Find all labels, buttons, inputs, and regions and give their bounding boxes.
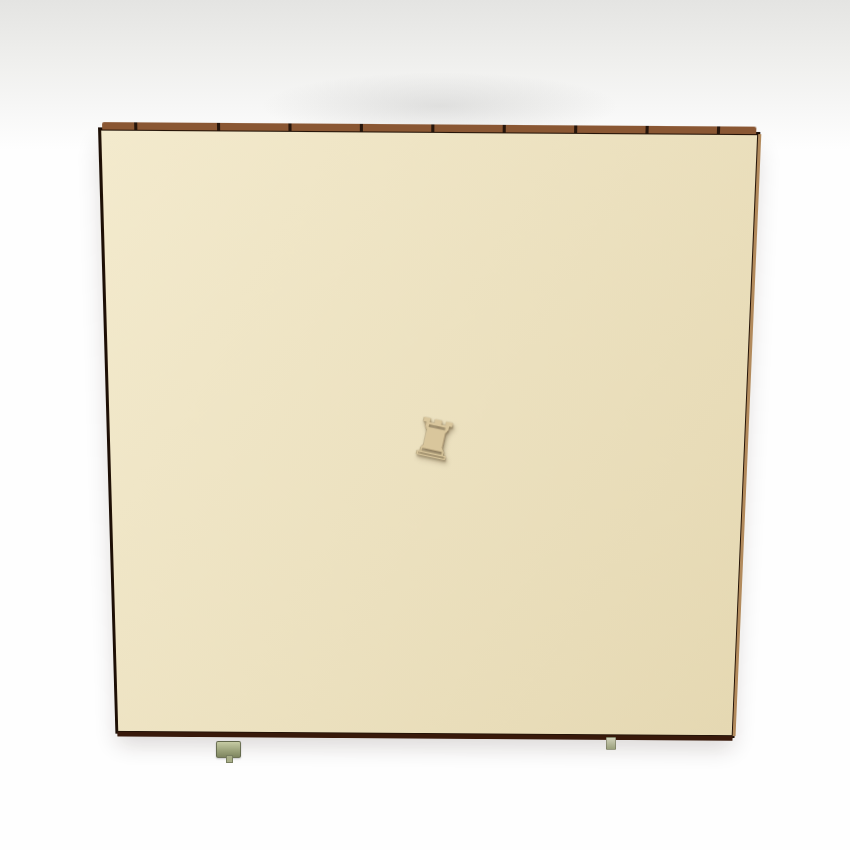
square-d2[interactable]: ♟: [634, 380, 705, 444]
scroll-ornament-icon: [733, 464, 743, 490]
scroll-ornament-icon: [174, 490, 200, 501]
rank-label-right-5: 5: [288, 313, 358, 378]
file-letter: H: [664, 142, 693, 175]
scroll-ornament-icon: [173, 444, 199, 455]
scroll-ornament-icon: [380, 317, 406, 328]
piece-white-pawn[interactable]: ♟: [111, 447, 151, 490]
file-label-bottom-d: D: [221, 505, 290, 568]
rank-label-left-4: 4: [358, 314, 428, 379]
file-label-bottom-a: A: [701, 445, 745, 508]
scroll-ornament-icon: [483, 143, 495, 171]
rank-number: 8: [450, 199, 478, 232]
square-d4[interactable]: [497, 315, 568, 380]
chess-board: ABCDEFGH8♜♞♝♛♚♝♞♜87♟♟♟♟♟♟♟♟7665544332♟♟♟…: [100, 130, 758, 737]
rank-label-left-1: 1: [220, 442, 290, 506]
square-g5[interactable]: [218, 313, 289, 378]
piece-black-pawn[interactable]: ♟: [713, 190, 754, 235]
scroll-ornament-icon: [451, 185, 478, 197]
square-a3[interactable]: [149, 377, 220, 441]
scroll-ornament-icon: [242, 445, 268, 456]
scroll-ornament-icon: [269, 142, 281, 170]
scroll-ornament-icon: [546, 525, 557, 550]
scroll-ornament-icon: [117, 427, 143, 438]
rank-number: 7: [168, 264, 196, 296]
piece-black-knight[interactable]: ♞: [156, 182, 205, 237]
scroll-ornament-icon: [625, 144, 637, 172]
square-b4[interactable]: [427, 314, 497, 379]
scroll-ornament-icon: [585, 493, 611, 504]
rank-label-left-2: 2: [496, 380, 566, 444]
square-h8[interactable]: ♜: [358, 181, 429, 248]
rank-label-left-5: 5: [638, 250, 710, 316]
scroll-ornament-icon: [478, 525, 489, 550]
file-letter: C: [308, 139, 336, 172]
scroll-ornament-icon: [522, 186, 549, 198]
square-f8[interactable]: ♝: [287, 181, 358, 248]
scroll-ornament-icon: [521, 234, 548, 246]
rank-label-right-7: 7: [146, 246, 218, 312]
frame-corner-bottom-left: [632, 444, 703, 508]
scroll-ornament-icon: [239, 250, 266, 262]
rank-number: 1: [585, 460, 613, 491]
square-f6[interactable]: [428, 248, 499, 314]
square-d8[interactable]: ♛: [216, 180, 288, 247]
scroll-ornament-icon: [364, 524, 375, 549]
rank-number: 5: [309, 330, 336, 362]
frame-corner-bottom-right: [562, 507, 632, 570]
file-label-bottom-c: C: [153, 504, 223, 567]
scroll-ornament-icon: [310, 317, 336, 328]
rank-number: 6: [590, 266, 618, 298]
piece-white-king[interactable]: ♚: [438, 445, 485, 497]
square-g3[interactable]: [358, 379, 427, 443]
file-letter: A: [711, 461, 734, 492]
rank-number: 1: [241, 458, 268, 489]
piece-white-bishop[interactable]: ♝: [369, 445, 416, 497]
corner-scroll-icon: [583, 525, 611, 552]
scroll-ornament-icon: [227, 523, 238, 548]
scroll-ornament-icon: [221, 142, 233, 170]
scroll-ornament-icon: [242, 491, 268, 502]
scroll-ornament-icon: [295, 524, 306, 549]
scroll-ornament-icon: [554, 144, 566, 172]
rank-label-right-6: 6: [568, 249, 640, 315]
piece-black-rook[interactable]: ♜: [369, 183, 417, 238]
square-f4[interactable]: [566, 315, 637, 380]
square-c7[interactable]: ♟: [640, 183, 713, 250]
file-label-top-f: F: [500, 132, 572, 182]
corner-scroll-icon: [108, 140, 138, 170]
board-bottom-edge: [117, 732, 732, 741]
scroll-ornament-icon: [115, 380, 141, 391]
file-label-bottom-f: F: [358, 506, 427, 569]
square-e1[interactable]: ♚: [427, 443, 496, 507]
file-label-bottom-g: G: [426, 506, 495, 569]
scroll-ornament-icon: [432, 525, 443, 550]
scroll-ornament-icon: [518, 383, 544, 394]
square-g1[interactable]: ♞: [495, 443, 565, 507]
file-letter: E: [451, 140, 479, 173]
rank-number: 5: [660, 267, 689, 299]
scroll-ornament-icon: [449, 382, 475, 393]
scroll-ornament-icon: [715, 319, 742, 330]
scroll-ornament-icon: [169, 298, 196, 309]
rank-number: 7: [521, 199, 549, 232]
scroll-ornament-icon: [112, 522, 122, 547]
scroll-ornament-icon: [198, 141, 210, 169]
square-h2[interactable]: ♟: [109, 441, 153, 504]
scroll-ornament-icon: [240, 298, 267, 309]
file-letter: F: [522, 141, 550, 174]
scroll-ornament-icon: [158, 523, 169, 548]
square-c5[interactable]: [105, 312, 149, 377]
square-g7[interactable]: ♟: [103, 246, 147, 312]
file-letter: F: [379, 522, 406, 552]
hinge-left: [216, 741, 241, 758]
rank-label-right-4: 4: [705, 316, 750, 381]
file-label-top-g: G: [571, 133, 644, 183]
rank-number: 6: [239, 264, 267, 296]
scroll-ornament-icon: [714, 367, 741, 378]
square-a5[interactable]: [708, 250, 753, 316]
piece-black-queen[interactable]: ♛: [227, 182, 275, 237]
scroll-ornament-icon: [586, 447, 612, 458]
scroll-ornament-icon: [150, 141, 162, 169]
rank-label-left-7: 7: [499, 182, 571, 249]
scroll-ornament-icon: [648, 144, 660, 172]
file-letter: C: [174, 520, 201, 550]
file-letter: D: [379, 140, 407, 173]
rank-label-right-1: 1: [564, 444, 634, 508]
file-label-top-a: A: [144, 130, 216, 180]
square-f2[interactable]: ♟: [703, 381, 748, 445]
rank-number: 4: [714, 333, 743, 365]
rank-number: 4: [379, 331, 406, 363]
scroll-ornament-icon: [660, 301, 687, 312]
hinge-right: [606, 737, 616, 750]
piece-black-pawn[interactable]: ♟: [585, 189, 626, 234]
piece-black-pawn[interactable]: ♟: [105, 253, 145, 298]
scroll-ornament-icon: [205, 523, 216, 548]
scroll-ornament-icon: [292, 142, 304, 170]
piece-white-pawn[interactable]: ♟: [705, 388, 745, 431]
scroll-ornament-icon: [506, 144, 518, 172]
scroll-ornament-icon: [518, 429, 544, 440]
scroll-ornament-icon: [310, 364, 336, 375]
rank-label-right-8: 8: [428, 181, 499, 248]
square-d6[interactable]: [358, 248, 428, 314]
file-letter: B: [121, 520, 144, 550]
scroll-ornament-icon: [143, 523, 152, 548]
scroll-ornament-icon: [591, 253, 618, 265]
file-label-bottom-e: E: [290, 505, 359, 568]
rank-label-left-6: 6: [217, 247, 288, 313]
corner-scroll-icon: [653, 462, 682, 490]
board-grid: ABCDEFGH8♜♞♝♛♚♝♞♜87♟♟♟♟♟♟♟♟7665544332♟♟♟…: [100, 130, 758, 737]
scroll-ornament-icon: [435, 143, 447, 171]
square-e5[interactable]: [148, 312, 219, 377]
corner-scroll-icon: [720, 144, 750, 174]
piece-black-bishop[interactable]: ♝: [298, 183, 346, 238]
scroll-ornament-icon: [450, 234, 477, 246]
frame-corner-top-right: [713, 134, 758, 184]
piece-white-pawn[interactable]: ♟: [650, 387, 690, 430]
file-letter: H: [515, 523, 542, 553]
scroll-ornament-icon: [590, 301, 617, 312]
photo-background: ABCDEFGH8♜♞♝♛♚♝♞♜87♟♟♟♟♟♟♟♟7665544332♟♟♟…: [0, 0, 850, 850]
file-label-bottom-b: B: [111, 504, 154, 566]
rank-number: 8: [110, 197, 139, 230]
file-label-top-d: D: [358, 131, 429, 181]
scroll-ornament-icon: [110, 183, 137, 195]
scroll-ornament-icon: [111, 231, 138, 243]
piece-black-pawn[interactable]: ♟: [656, 190, 697, 235]
square-b2[interactable]: ♟: [565, 380, 636, 444]
square-a7[interactable]: ♟: [569, 182, 642, 249]
scroll-ornament-icon: [696, 145, 708, 173]
file-letter: B: [237, 139, 265, 172]
file-letter: G: [447, 522, 474, 552]
file-label-top-c: C: [286, 131, 357, 181]
rank-label-left-3: 3: [107, 377, 151, 441]
piece-white-knight[interactable]: ♞: [504, 443, 556, 499]
rank-number: 2: [172, 458, 200, 489]
file-label-top-b: B: [215, 130, 287, 180]
scroll-ornament-icon: [341, 142, 352, 170]
square-h6[interactable]: [498, 249, 569, 315]
frame-corner-top-left: [100, 130, 145, 180]
rank-number: 3: [115, 393, 143, 424]
rank-label-left-8: 8: [102, 179, 147, 246]
file-label-top-e: E: [429, 132, 501, 182]
scroll-ornament-icon: [500, 525, 511, 550]
square-b6[interactable]: [287, 247, 358, 313]
scroll-ornament-icon: [168, 250, 195, 262]
square-b8[interactable]: ♞: [145, 180, 217, 247]
square-a1[interactable]: ♜: [289, 442, 358, 506]
scroll-ornament-icon: [449, 429, 475, 440]
square-e7[interactable]: ♟: [710, 183, 756, 250]
scroll-ornament-icon: [410, 525, 421, 550]
scroll-ornament-icon: [363, 143, 374, 171]
rank-number: 3: [448, 396, 475, 427]
scroll-ornament-icon: [661, 253, 688, 265]
piece-white-rook[interactable]: ♜: [289, 444, 347, 505]
rank-label-right-2: 2: [151, 441, 221, 505]
wood-joint-seam: [159, 685, 285, 688]
scroll-ornament-icon: [702, 464, 712, 490]
file-letter: D: [242, 521, 269, 551]
scroll-ornament-icon: [273, 524, 284, 549]
square-c3[interactable]: [219, 378, 289, 442]
square-h4[interactable]: [636, 316, 708, 381]
rank-label-right-3: 3: [427, 379, 497, 443]
scroll-ornament-icon: [412, 143, 424, 171]
file-letter: G: [593, 141, 622, 174]
scroll-ornament-icon: [380, 364, 406, 375]
file-letter: E: [310, 521, 337, 551]
file-label-top-h: H: [642, 133, 715, 183]
file-label-bottom-h: H: [494, 507, 563, 570]
rank-number: 2: [517, 396, 545, 427]
file-letter: A: [166, 138, 195, 171]
square-e3[interactable]: [288, 378, 358, 442]
scroll-ornament-icon: [342, 524, 353, 549]
square-c1[interactable]: ♝: [358, 443, 427, 507]
piece-white-pawn[interactable]: ♟: [581, 387, 621, 430]
scroll-ornament-icon: [577, 144, 589, 172]
